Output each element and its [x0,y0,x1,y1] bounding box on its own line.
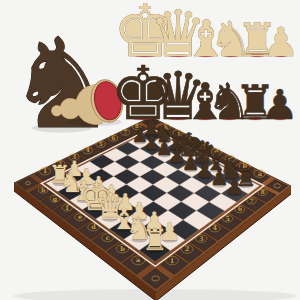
board-piece-white-rook-a1: ♜ [142,223,168,257]
frame-label-file-g-near: g [53,195,58,203]
frame-label-rank-5-right: 5 [225,215,230,223]
frame-label-rank-7-right: 7 [249,197,253,204]
frame-label-file-b-near: b [120,245,125,253]
black-lineup-pawn: ♟ [262,81,299,129]
frame-label-rank-6-right: 6 [238,205,243,212]
frame-label-rank-4-right: 4 [213,224,218,232]
frame-label-rank-3-right: 3 [199,235,204,243]
frame-label-file-c-near: c [106,234,110,242]
frame-label-rank-1-left: 1 [43,167,48,175]
scene-canvas: aa11bb22cc33dd44ee55ff66gg77hh88♜♟♞♟♝♟♚♟… [0,0,300,300]
white-lineup-pawn: ♟ [263,19,299,65]
chess-set-product-render: aa11bb22cc33dd44ee55ff66gg77hh88♜♟♞♟♝♟♚♟… [0,0,300,300]
frame-label-rank-8-right: 8 [261,189,265,195]
still-life: ♞♟ [6,12,126,156]
frame-label-rank-1-right: 1 [170,257,175,265]
board-piece-black-pawn-a7: ♟ [225,174,245,199]
frame-label-rank-2-right: 2 [185,245,190,253]
